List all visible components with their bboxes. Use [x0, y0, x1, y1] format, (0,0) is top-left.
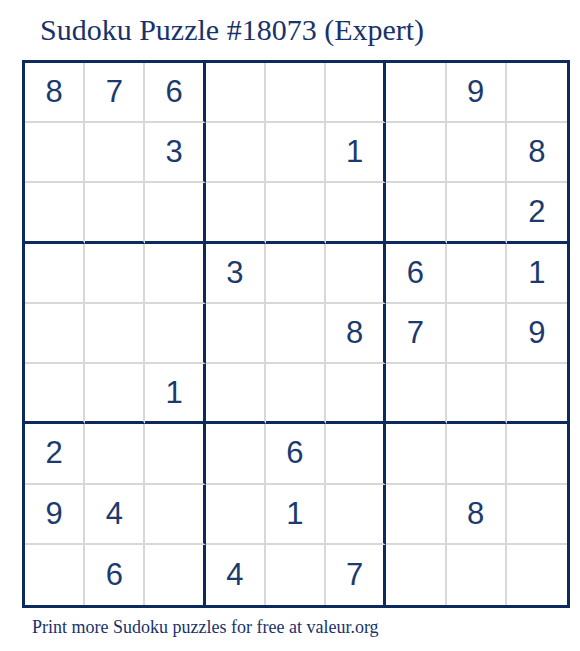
- page: Sudoku Puzzle #18073 (Expert) 8769318236…: [0, 0, 580, 651]
- cell-r1c7: [386, 63, 446, 123]
- cell-r8c1: 9: [25, 485, 85, 545]
- cell-r4c4: 3: [206, 244, 266, 304]
- cell-r7c2: [85, 424, 145, 484]
- cell-r2c8: [447, 123, 507, 183]
- cell-r1c8: 9: [447, 63, 507, 123]
- cell-r7c4: [206, 424, 266, 484]
- cell-r4c8: [447, 244, 507, 304]
- cell-r3c8: [447, 183, 507, 243]
- cell-r9c4: 4: [206, 545, 266, 605]
- cell-r3c6: [326, 183, 386, 243]
- cell-r2c1: [25, 123, 85, 183]
- page-title: Sudoku Puzzle #18073 (Expert): [40, 15, 424, 45]
- cell-r5c2: [85, 304, 145, 364]
- cell-r2c7: [386, 123, 446, 183]
- cell-r3c7: [386, 183, 446, 243]
- cell-r9c8: [447, 545, 507, 605]
- cell-r3c1: [25, 183, 85, 243]
- cell-r5c8: [447, 304, 507, 364]
- cell-r1c6: [326, 63, 386, 123]
- cell-r9c9: [507, 545, 567, 605]
- cell-r8c6: [326, 485, 386, 545]
- cell-r4c3: [145, 244, 205, 304]
- cell-r8c5: 1: [266, 485, 326, 545]
- cell-r6c5: [266, 364, 326, 424]
- cell-r8c8: 8: [447, 485, 507, 545]
- cell-r3c4: [206, 183, 266, 243]
- cell-r8c3: [145, 485, 205, 545]
- cell-r1c9: [507, 63, 567, 123]
- cell-r3c3: [145, 183, 205, 243]
- cell-r4c9: 1: [507, 244, 567, 304]
- cell-r9c6: 7: [326, 545, 386, 605]
- cell-r6c6: [326, 364, 386, 424]
- cell-r3c5: [266, 183, 326, 243]
- cell-r1c2: 7: [85, 63, 145, 123]
- cell-r1c4: [206, 63, 266, 123]
- cell-r8c7: [386, 485, 446, 545]
- cell-r2c5: [266, 123, 326, 183]
- cell-r1c5: [266, 63, 326, 123]
- cell-r4c1: [25, 244, 85, 304]
- cell-r6c4: [206, 364, 266, 424]
- cell-r5c4: [206, 304, 266, 364]
- cell-r7c3: [145, 424, 205, 484]
- cell-r7c8: [447, 424, 507, 484]
- sudoku-board: 876931823618791269418647: [22, 60, 570, 608]
- cell-r7c6: [326, 424, 386, 484]
- cell-r4c6: [326, 244, 386, 304]
- cell-r4c5: [266, 244, 326, 304]
- cell-r9c7: [386, 545, 446, 605]
- cell-r3c2: [85, 183, 145, 243]
- cell-r2c6: 1: [326, 123, 386, 183]
- cell-r9c3: [145, 545, 205, 605]
- footer-text: Print more Sudoku puzzles for free at va…: [32, 616, 379, 638]
- cell-r5c9: 9: [507, 304, 567, 364]
- cell-r5c7: 7: [386, 304, 446, 364]
- cell-r4c7: 6: [386, 244, 446, 304]
- cell-r4c2: [85, 244, 145, 304]
- cell-r9c2: 6: [85, 545, 145, 605]
- cell-r2c4: [206, 123, 266, 183]
- cell-r7c5: 6: [266, 424, 326, 484]
- cell-r5c3: [145, 304, 205, 364]
- cell-r6c2: [85, 364, 145, 424]
- cell-r1c1: 8: [25, 63, 85, 123]
- cell-r9c1: [25, 545, 85, 605]
- cell-r3c9: 2: [507, 183, 567, 243]
- cell-r2c9: 8: [507, 123, 567, 183]
- cell-r8c9: [507, 485, 567, 545]
- cell-r6c9: [507, 364, 567, 424]
- cell-r7c7: [386, 424, 446, 484]
- cell-r5c5: [266, 304, 326, 364]
- cell-r2c2: [85, 123, 145, 183]
- cell-r7c1: 2: [25, 424, 85, 484]
- cell-r8c4: [206, 485, 266, 545]
- cell-r1c3: 6: [145, 63, 205, 123]
- cell-r8c2: 4: [85, 485, 145, 545]
- cell-r9c5: [266, 545, 326, 605]
- cell-r7c9: [507, 424, 567, 484]
- cell-r6c1: [25, 364, 85, 424]
- cell-r5c6: 8: [326, 304, 386, 364]
- cell-r5c1: [25, 304, 85, 364]
- cell-r6c7: [386, 364, 446, 424]
- cell-r6c8: [447, 364, 507, 424]
- cell-r2c3: 3: [145, 123, 205, 183]
- cell-r6c3: 1: [145, 364, 205, 424]
